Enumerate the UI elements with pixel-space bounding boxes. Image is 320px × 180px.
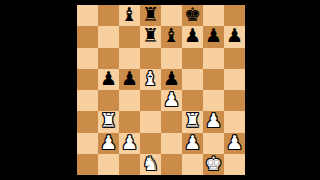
white-rook-piece[interactable]: ♜ [184, 111, 201, 130]
square-g2[interactable] [203, 133, 224, 154]
square-f4[interactable] [182, 90, 203, 111]
square-g6[interactable] [203, 48, 224, 69]
black-pawn-piece[interactable]: ♟ [226, 26, 243, 45]
square-e6[interactable] [161, 48, 182, 69]
square-e2[interactable] [161, 133, 182, 154]
square-f2[interactable]: ♟ [182, 133, 203, 154]
square-b1[interactable] [98, 154, 119, 175]
square-c2[interactable]: ♟ [119, 133, 140, 154]
square-h8[interactable] [224, 5, 245, 26]
square-d3[interactable] [140, 111, 161, 132]
square-c6[interactable] [119, 48, 140, 69]
black-pawn-piece[interactable]: ♟ [163, 69, 180, 88]
square-d6[interactable] [140, 48, 161, 69]
white-pawn-piece[interactable]: ♟ [184, 133, 201, 152]
square-a6[interactable] [77, 48, 98, 69]
square-e4[interactable]: ♟ [161, 90, 182, 111]
square-g1[interactable]: ♚ [203, 154, 224, 175]
square-b5[interactable]: ♟ [98, 69, 119, 90]
black-pawn-piece[interactable]: ♟ [184, 26, 201, 45]
white-pawn-piece[interactable]: ♟ [226, 133, 243, 152]
square-g5[interactable] [203, 69, 224, 90]
square-d8[interactable]: ♜ [140, 5, 161, 26]
square-e7[interactable]: ♝ [161, 26, 182, 47]
square-a2[interactable] [77, 133, 98, 154]
square-a5[interactable] [77, 69, 98, 90]
white-pawn-piece[interactable]: ♟ [205, 111, 222, 130]
black-pawn-piece[interactable]: ♟ [100, 69, 117, 88]
square-g7[interactable]: ♟ [203, 26, 224, 47]
black-bishop-piece[interactable]: ♝ [121, 5, 138, 24]
square-f6[interactable] [182, 48, 203, 69]
square-a1[interactable] [77, 154, 98, 175]
white-rook-piece[interactable]: ♜ [100, 111, 117, 130]
square-f3[interactable]: ♜ [182, 111, 203, 132]
square-c1[interactable] [119, 154, 140, 175]
letterbox-background: ♝♜♚♜♝♟♟♟♟♟♝♟♟♜♜♟♟♟♟♟♞♚ [0, 0, 320, 180]
white-knight-piece[interactable]: ♞ [142, 154, 159, 173]
square-h5[interactable] [224, 69, 245, 90]
square-b8[interactable] [98, 5, 119, 26]
white-bishop-piece[interactable]: ♝ [142, 69, 159, 88]
black-bishop-piece[interactable]: ♝ [163, 26, 180, 45]
square-f7[interactable]: ♟ [182, 26, 203, 47]
square-e5[interactable]: ♟ [161, 69, 182, 90]
black-pawn-piece[interactable]: ♟ [121, 69, 138, 88]
white-king-piece[interactable]: ♚ [205, 154, 222, 173]
square-d5[interactable]: ♝ [140, 69, 161, 90]
square-g8[interactable] [203, 5, 224, 26]
square-a4[interactable] [77, 90, 98, 111]
white-pawn-piece[interactable]: ♟ [100, 133, 117, 152]
square-b7[interactable] [98, 26, 119, 47]
square-e3[interactable] [161, 111, 182, 132]
square-d4[interactable] [140, 90, 161, 111]
square-h4[interactable] [224, 90, 245, 111]
white-pawn-piece[interactable]: ♟ [121, 133, 138, 152]
square-f8[interactable]: ♚ [182, 5, 203, 26]
chess-board: ♝♜♚♜♝♟♟♟♟♟♝♟♟♜♜♟♟♟♟♟♞♚ [77, 5, 245, 175]
square-d2[interactable] [140, 133, 161, 154]
square-f1[interactable] [182, 154, 203, 175]
square-c3[interactable] [119, 111, 140, 132]
square-h1[interactable] [224, 154, 245, 175]
square-b3[interactable]: ♜ [98, 111, 119, 132]
square-a8[interactable] [77, 5, 98, 26]
black-king-piece[interactable]: ♚ [184, 5, 201, 24]
white-pawn-piece[interactable]: ♟ [163, 90, 180, 109]
square-e1[interactable] [161, 154, 182, 175]
black-rook-piece[interactable]: ♜ [142, 5, 159, 24]
square-h2[interactable]: ♟ [224, 133, 245, 154]
square-h6[interactable] [224, 48, 245, 69]
square-c5[interactable]: ♟ [119, 69, 140, 90]
square-g4[interactable] [203, 90, 224, 111]
square-g3[interactable]: ♟ [203, 111, 224, 132]
square-b6[interactable] [98, 48, 119, 69]
black-pawn-piece[interactable]: ♟ [205, 26, 222, 45]
square-b4[interactable] [98, 90, 119, 111]
square-d1[interactable]: ♞ [140, 154, 161, 175]
black-rook-piece[interactable]: ♜ [142, 26, 159, 45]
square-c8[interactable]: ♝ [119, 5, 140, 26]
square-c7[interactable] [119, 26, 140, 47]
square-a7[interactable] [77, 26, 98, 47]
square-a3[interactable] [77, 111, 98, 132]
square-h7[interactable]: ♟ [224, 26, 245, 47]
square-c4[interactable] [119, 90, 140, 111]
square-f5[interactable] [182, 69, 203, 90]
square-d7[interactable]: ♜ [140, 26, 161, 47]
square-e8[interactable] [161, 5, 182, 26]
square-b2[interactable]: ♟ [98, 133, 119, 154]
square-h3[interactable] [224, 111, 245, 132]
